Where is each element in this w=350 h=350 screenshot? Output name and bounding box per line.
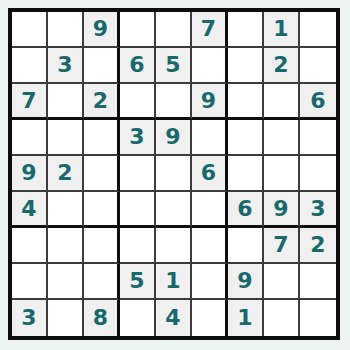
cell-r7c1[interactable] xyxy=(12,228,48,264)
cell-r1c9[interactable] xyxy=(300,12,336,48)
cell-r2c5: 5 xyxy=(156,48,192,84)
cell-r8c7: 9 xyxy=(228,264,264,300)
cell-r3c2[interactable] xyxy=(48,84,84,120)
cell-r9c2[interactable] xyxy=(48,300,84,336)
cell-r4c1[interactable] xyxy=(12,120,48,156)
cell-r4c2[interactable] xyxy=(48,120,84,156)
cell-r7c7[interactable] xyxy=(228,228,264,264)
cell-r1c5[interactable] xyxy=(156,12,192,48)
cell-r4c8[interactable] xyxy=(264,120,300,156)
cell-r7c4[interactable] xyxy=(120,228,156,264)
cell-r1c2[interactable] xyxy=(48,12,84,48)
cell-r8c3[interactable] xyxy=(84,264,120,300)
cell-r2c1[interactable] xyxy=(12,48,48,84)
cell-r5c3[interactable] xyxy=(84,156,120,192)
cell-r8c4: 5 xyxy=(120,264,156,300)
cell-r9c9[interactable] xyxy=(300,300,336,336)
cell-r9c1: 3 xyxy=(12,300,48,336)
sudoku-board: 97136527296399264693725193841 xyxy=(8,8,340,340)
cell-r5c4[interactable] xyxy=(120,156,156,192)
cell-r4c4: 3 xyxy=(120,120,156,156)
cell-r3c9: 6 xyxy=(300,84,336,120)
cell-r9c6[interactable] xyxy=(192,300,228,336)
cell-r1c3: 9 xyxy=(84,12,120,48)
cell-r2c6[interactable] xyxy=(192,48,228,84)
cell-r5c8[interactable] xyxy=(264,156,300,192)
cell-r6c2[interactable] xyxy=(48,192,84,228)
cell-r3c4[interactable] xyxy=(120,84,156,120)
cell-r9c7: 1 xyxy=(228,300,264,336)
cell-r8c9[interactable] xyxy=(300,264,336,300)
cell-r3c6: 9 xyxy=(192,84,228,120)
cell-r2c8: 2 xyxy=(264,48,300,84)
cell-r1c8: 1 xyxy=(264,12,300,48)
cell-r7c3[interactable] xyxy=(84,228,120,264)
cell-r3c3: 2 xyxy=(84,84,120,120)
cell-r3c7[interactable] xyxy=(228,84,264,120)
cell-r6c3[interactable] xyxy=(84,192,120,228)
cell-r1c6: 7 xyxy=(192,12,228,48)
cell-r6c5[interactable] xyxy=(156,192,192,228)
cell-r6c1: 4 xyxy=(12,192,48,228)
cell-r3c5[interactable] xyxy=(156,84,192,120)
cell-r8c5: 1 xyxy=(156,264,192,300)
cell-r7c8: 7 xyxy=(264,228,300,264)
cell-r8c6[interactable] xyxy=(192,264,228,300)
cell-r8c2[interactable] xyxy=(48,264,84,300)
cell-r2c3[interactable] xyxy=(84,48,120,84)
cell-r7c5[interactable] xyxy=(156,228,192,264)
cell-r6c6[interactable] xyxy=(192,192,228,228)
cell-r4c3[interactable] xyxy=(84,120,120,156)
cell-r6c4[interactable] xyxy=(120,192,156,228)
cell-r2c9[interactable] xyxy=(300,48,336,84)
cell-r4c6[interactable] xyxy=(192,120,228,156)
cell-r9c3: 8 xyxy=(84,300,120,336)
cell-r5c5[interactable] xyxy=(156,156,192,192)
cell-r3c1: 7 xyxy=(12,84,48,120)
cell-r8c8[interactable] xyxy=(264,264,300,300)
cell-r2c4: 6 xyxy=(120,48,156,84)
cell-r1c7[interactable] xyxy=(228,12,264,48)
cell-r5c1: 9 xyxy=(12,156,48,192)
cell-r6c9: 3 xyxy=(300,192,336,228)
cell-r4c7[interactable] xyxy=(228,120,264,156)
cell-r2c7[interactable] xyxy=(228,48,264,84)
cell-r7c6[interactable] xyxy=(192,228,228,264)
cell-r7c9: 2 xyxy=(300,228,336,264)
cell-r5c9[interactable] xyxy=(300,156,336,192)
cell-r5c6: 6 xyxy=(192,156,228,192)
cell-r5c2: 2 xyxy=(48,156,84,192)
cell-r9c4[interactable] xyxy=(120,300,156,336)
cell-r6c7: 6 xyxy=(228,192,264,228)
cell-r6c8: 9 xyxy=(264,192,300,228)
cell-r9c8[interactable] xyxy=(264,300,300,336)
cell-r7c2[interactable] xyxy=(48,228,84,264)
cell-r1c4[interactable] xyxy=(120,12,156,48)
cell-r3c8[interactable] xyxy=(264,84,300,120)
cell-r9c5: 4 xyxy=(156,300,192,336)
cell-r8c1[interactable] xyxy=(12,264,48,300)
cell-r2c2: 3 xyxy=(48,48,84,84)
cell-r4c9[interactable] xyxy=(300,120,336,156)
cell-r1c1[interactable] xyxy=(12,12,48,48)
cell-r4c5: 9 xyxy=(156,120,192,156)
cell-r5c7[interactable] xyxy=(228,156,264,192)
